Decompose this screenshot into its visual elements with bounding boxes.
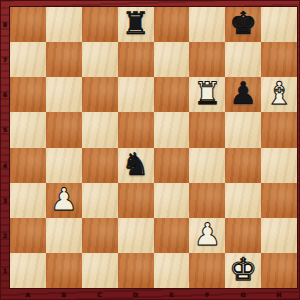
square-b7[interactable] [46,42,82,77]
square-a7[interactable] [10,42,46,77]
square-h7[interactable] [261,42,297,77]
square-a5[interactable] [10,112,46,147]
black-king-g8[interactable]: ♚ [229,8,257,39]
square-c3[interactable] [82,183,118,218]
square-e8[interactable] [154,7,190,42]
file-label-H: H [261,288,297,300]
square-e2[interactable] [154,218,190,253]
white-bishop-h6[interactable]: ♝ [265,78,293,109]
rank-label-1: 1 [0,253,10,288]
file-labels: ABCDEFGH [10,288,297,300]
square-g7[interactable] [225,42,261,77]
square-h3[interactable] [261,183,297,218]
square-f8[interactable] [189,7,225,42]
square-e1[interactable] [154,253,190,288]
square-g3[interactable] [225,183,261,218]
rank-label-7: 7 [0,42,10,77]
white-pawn-b3[interactable]: ♟ [50,184,78,215]
white-rook-f6[interactable]: ♜ [193,78,221,109]
square-g6[interactable]: ♟ [225,77,261,112]
square-h4[interactable] [261,148,297,183]
square-h1[interactable] [261,253,297,288]
square-c7[interactable] [82,42,118,77]
black-pawn-g6[interactable]: ♟ [229,78,257,109]
square-g2[interactable] [225,218,261,253]
square-c4[interactable] [82,148,118,183]
square-e7[interactable] [154,42,190,77]
file-label-D: D [118,288,154,300]
rank-label-3: 3 [0,183,10,218]
square-g1[interactable]: ♚ [225,253,261,288]
white-pawn-f2[interactable]: ♟ [193,219,221,250]
square-d2[interactable] [118,218,154,253]
square-b8[interactable] [46,7,82,42]
square-d1[interactable] [118,253,154,288]
square-d7[interactable] [118,42,154,77]
square-a8[interactable] [10,7,46,42]
black-rook-d8[interactable]: ♜ [122,8,150,39]
rank-label-5: 5 [0,112,10,147]
square-b5[interactable] [46,112,82,147]
square-e6[interactable] [154,77,190,112]
square-h8[interactable] [261,7,297,42]
square-d8[interactable]: ♜ [118,7,154,42]
file-label-A: A [10,288,46,300]
square-a3[interactable] [10,183,46,218]
square-e5[interactable] [154,112,190,147]
square-a4[interactable] [10,148,46,183]
square-d6[interactable] [118,77,154,112]
square-b3[interactable]: ♟ [46,183,82,218]
square-c1[interactable] [82,253,118,288]
chess-board[interactable]: ♜♚♜♟♝♞♟♟♚ [10,7,297,288]
square-c2[interactable] [82,218,118,253]
square-c8[interactable] [82,7,118,42]
square-f3[interactable] [189,183,225,218]
square-g4[interactable] [225,148,261,183]
square-a2[interactable] [10,218,46,253]
square-h5[interactable] [261,112,297,147]
square-f1[interactable] [189,253,225,288]
square-c5[interactable] [82,112,118,147]
square-f6[interactable]: ♜ [189,77,225,112]
square-a1[interactable] [10,253,46,288]
rank-label-6: 6 [0,77,10,112]
file-label-E: E [154,288,190,300]
square-a6[interactable] [10,77,46,112]
rank-label-2: 2 [0,218,10,253]
rank-label-4: 4 [0,148,10,183]
square-d4[interactable]: ♞ [118,148,154,183]
square-e3[interactable] [154,183,190,218]
square-f7[interactable] [189,42,225,77]
square-g5[interactable] [225,112,261,147]
square-f2[interactable]: ♟ [189,218,225,253]
rank-label-8: 8 [0,7,10,42]
chess-diagram: 87654321 ♜♚♜♟♝♞♟♟♚ ABCDEFGH [0,0,300,300]
square-h2[interactable] [261,218,297,253]
file-label-C: C [82,288,118,300]
square-d5[interactable] [118,112,154,147]
file-label-B: B [46,288,82,300]
rank-labels: 87654321 [0,7,10,288]
square-h6[interactable]: ♝ [261,77,297,112]
white-king-g1[interactable]: ♚ [229,254,257,285]
square-b4[interactable] [46,148,82,183]
square-c6[interactable] [82,77,118,112]
square-b6[interactable] [46,77,82,112]
file-label-G: G [225,288,261,300]
file-label-F: F [189,288,225,300]
square-b2[interactable] [46,218,82,253]
square-g8[interactable]: ♚ [225,7,261,42]
black-knight-d4[interactable]: ♞ [122,149,150,180]
square-b1[interactable] [46,253,82,288]
square-d3[interactable] [118,183,154,218]
square-f4[interactable] [189,148,225,183]
square-e4[interactable] [154,148,190,183]
square-f5[interactable] [189,112,225,147]
